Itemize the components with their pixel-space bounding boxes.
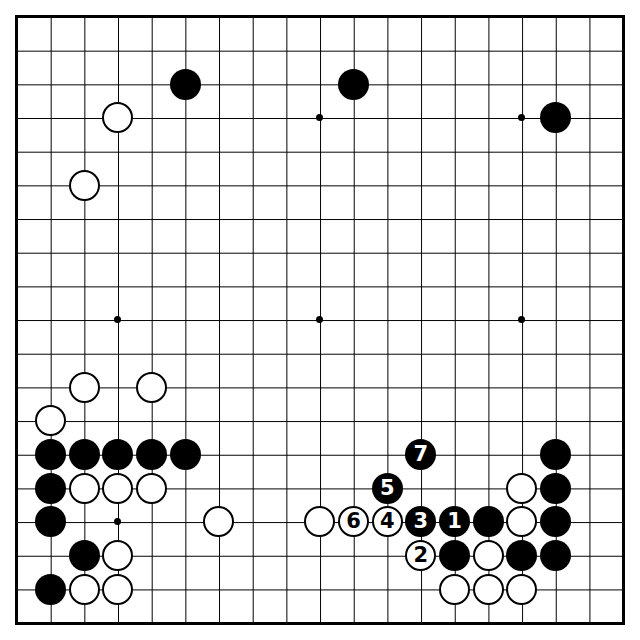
black-stone [473,506,504,537]
white-stone [69,372,100,403]
star-point [316,114,323,121]
white-stone [102,102,133,133]
star-point [114,316,121,323]
black-stone [69,540,100,571]
black-stone [136,439,167,470]
white-stone [102,574,133,605]
white-stone [506,574,537,605]
black-stone [102,439,133,470]
white-stone [69,574,100,605]
black-stone [170,69,201,100]
white-stone [69,170,100,201]
black-stone [35,506,66,537]
white-stone [69,473,100,504]
white-stone-move-4: 4 [372,506,403,537]
black-stone-move-5: 5 [372,473,403,504]
black-stone [35,473,66,504]
board-grid: 7564312 [0,0,640,640]
white-stone [473,574,504,605]
white-stone-move-2: 2 [405,540,436,571]
star-point [114,518,121,525]
black-stone [540,439,571,470]
black-stone [540,540,571,571]
white-stone [102,540,133,571]
white-stone [136,473,167,504]
black-stone [439,540,470,571]
star-point [316,316,323,323]
star-point [518,316,525,323]
black-stone-move-7: 7 [405,439,436,470]
white-stone-move-6: 6 [338,506,369,537]
black-stone [506,540,537,571]
black-stone [170,439,201,470]
black-stone [540,506,571,537]
black-stone-move-1: 1 [439,506,470,537]
white-stone [304,506,335,537]
white-stone [136,372,167,403]
white-stone [102,473,133,504]
black-stone [35,574,66,605]
white-stone [506,506,537,537]
star-point [518,114,525,121]
white-stone [506,473,537,504]
go-board: 7564312 [0,0,640,640]
black-stone [35,439,66,470]
white-stone [439,574,470,605]
black-stone [338,69,369,100]
white-stone [473,540,504,571]
white-stone [203,506,234,537]
white-stone [35,405,66,436]
black-stone [540,102,571,133]
black-stone-move-3: 3 [405,506,436,537]
black-stone [69,439,100,470]
black-stone [540,473,571,504]
